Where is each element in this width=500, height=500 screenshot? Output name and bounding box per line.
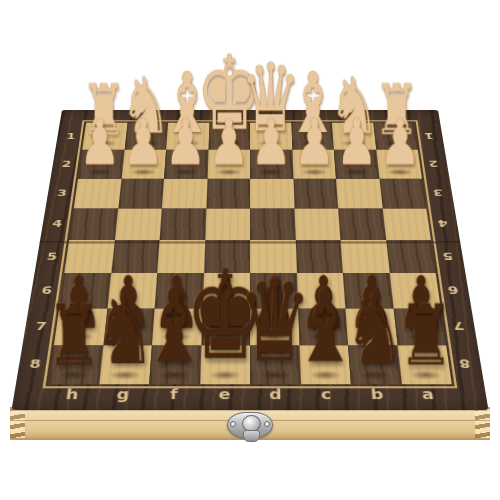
white-pawn-g2: ♟ [122, 110, 163, 173]
square-h4 [69, 208, 118, 240]
square-a8: ♜ [397, 345, 452, 384]
square-a4 [382, 208, 431, 240]
square-e4 [205, 208, 250, 240]
square-f4 [160, 208, 206, 240]
square-e3 [206, 178, 250, 208]
file-label-e: e [199, 387, 249, 401]
dovetail-joint-right [475, 407, 490, 438]
white-pawn-e2: ♟ [208, 110, 249, 173]
product-photo: ♜♞♝♚♛♝♞♜♟♟♟♟♟♟♟♟♟♟♟♟♟♟♟♟♜♞♝♚♛♝♞♜ 1122334… [0, 0, 500, 500]
square-b3 [336, 178, 382, 208]
rank-label-right-2: 2 [419, 159, 448, 168]
white-pawn-h2: ♟ [79, 110, 120, 173]
square-b4 [338, 208, 385, 240]
square-b8: ♞ [348, 345, 401, 384]
black-rook-a8: ♜ [398, 294, 453, 378]
rank-label-right-5: 5 [432, 251, 463, 261]
square-d4 [250, 208, 295, 240]
file-label-b: b [351, 387, 402, 401]
square-d2: ♟ [250, 150, 293, 179]
file-label-d: d [250, 387, 300, 401]
square-a2: ♟ [376, 150, 422, 179]
square-c8: ♝ [299, 345, 351, 384]
square-a3 [379, 178, 426, 208]
clasp-tab [243, 430, 260, 442]
square-c3 [293, 178, 338, 208]
square-f3 [162, 178, 207, 208]
metal-clasp [227, 412, 273, 438]
clasp-screw-left [230, 421, 236, 427]
white-pawn-f2: ♟ [165, 110, 206, 173]
square-g2: ♟ [121, 150, 166, 179]
clasp-screw-right [264, 421, 270, 427]
file-label-a: a [402, 387, 454, 401]
dovetail-joint-left [10, 407, 25, 438]
board-grid: ♜♞♝♚♛♝♞♜♟♟♟♟♟♟♟♟♟♟♟♟♟♟♟♟♜♞♝♚♛♝♞♜ [48, 123, 452, 385]
white-pawn-a2: ♟ [379, 110, 420, 173]
white-pawn-c2: ♟ [293, 110, 334, 173]
square-c4 [294, 208, 340, 240]
square-h3 [74, 178, 121, 208]
black-knight-b8: ♞ [345, 284, 406, 377]
file-label-h: h [46, 387, 98, 401]
square-d3 [250, 178, 294, 208]
rank-label-left-5: 5 [37, 251, 68, 261]
rank-label-left-2: 2 [52, 159, 81, 168]
file-label-c: c [301, 387, 352, 401]
chess-board: ♜♞♝♚♛♝♞♜♟♟♟♟♟♟♟♟♟♟♟♟♟♟♟♟♜♞♝♚♛♝♞♜ 1122334… [11, 110, 488, 410]
square-g3 [118, 178, 164, 208]
square-f2: ♟ [164, 150, 208, 179]
square-c2: ♟ [292, 150, 336, 179]
square-h2: ♟ [78, 150, 124, 179]
square-b2: ♟ [334, 150, 379, 179]
rank-label-left-3: 3 [47, 188, 76, 197]
rank-label-right-4: 4 [428, 219, 458, 229]
file-label-f: f [148, 387, 199, 401]
white-pawn-b2: ♟ [336, 110, 377, 173]
rank-label-left-4: 4 [42, 219, 72, 229]
white-pawn-d2: ♟ [251, 110, 292, 173]
square-e2: ♟ [207, 150, 250, 179]
file-label-g: g [97, 387, 148, 401]
rank-label-right-3: 3 [423, 188, 452, 197]
square-g4 [114, 208, 161, 240]
